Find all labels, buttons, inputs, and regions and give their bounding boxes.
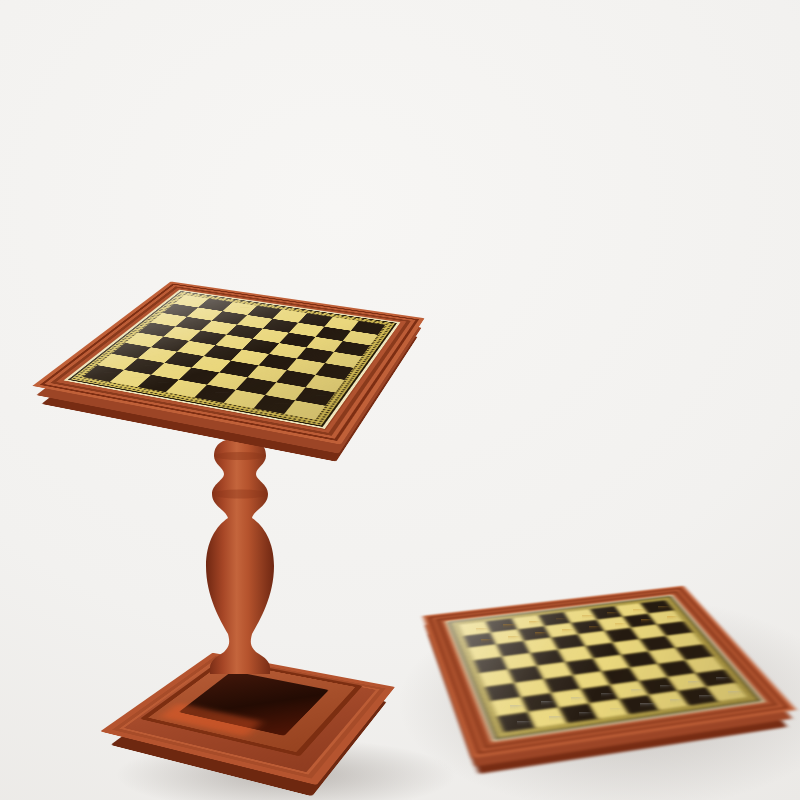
table-chess-board: ♜♞♝♛♚♝♞♜♟♟♟♟♟♟♟♟♟♟♟♟♟♟♟♟♜♞♝♛♚♝♞♜ [32, 282, 424, 445]
ring-shade [214, 452, 266, 460]
product-photo: { "game": "chess", "scene": { "descripti… [0, 0, 800, 800]
baluster-silhouette [206, 430, 274, 674]
pedestal-column [178, 430, 302, 674]
scene: ♜♞♝♛♚♝♞♜♟♟♟♟♟♟♟♟♟♟♟♟♟♟♟♟♜♞♝♛♚♝♞♜ ♜♞♝♛♚♝♞… [0, 0, 800, 800]
ring-shade [212, 490, 268, 499]
